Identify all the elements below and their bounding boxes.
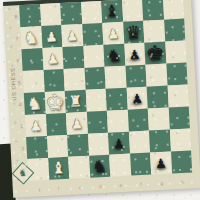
chess-board-photo: ♝♞♟♟♟♛♟♞♟♚♞♚♜♟♟♟♟♝♞♟ US CHESS ♞ 87654321… xyxy=(0,0,200,200)
rank-label: 4 xyxy=(17,101,23,107)
rank-label: 2 xyxy=(20,145,26,151)
file-label: c xyxy=(70,184,90,191)
square-a5 xyxy=(23,70,45,93)
square-g7 xyxy=(143,20,165,43)
square-e4 xyxy=(106,88,128,111)
board-squares: ♝♞♟♟♟♛♟♞♟♚♞♚♜♟♟♟♟♝♞♟ xyxy=(19,0,192,181)
square-e2: ♟ xyxy=(108,132,130,155)
square-e5 xyxy=(105,66,127,89)
square-c2 xyxy=(67,134,89,157)
black-bishop: ♝ xyxy=(101,0,123,23)
square-g4 xyxy=(147,86,169,109)
square-e7: ♟ xyxy=(102,22,124,45)
white-pawn: ♟ xyxy=(41,25,63,48)
file-label: b xyxy=(49,185,69,192)
black-queen: ♛ xyxy=(123,21,145,44)
black-pawn: ♟ xyxy=(150,151,172,174)
square-c7: ♟ xyxy=(61,24,83,47)
rank-label: 6 xyxy=(15,57,21,63)
square-f8 xyxy=(122,0,144,22)
square-c4: ♜ xyxy=(65,90,87,113)
square-b6: ♟ xyxy=(42,47,64,70)
square-f4: ♟ xyxy=(126,87,148,110)
square-f5 xyxy=(125,65,147,88)
square-d3 xyxy=(86,111,108,134)
square-b2 xyxy=(47,135,69,158)
square-d5 xyxy=(84,67,106,90)
square-a3: ♟ xyxy=(25,114,47,137)
square-e8: ♝ xyxy=(101,0,123,23)
white-knight: ♞ xyxy=(24,92,46,115)
rank-label: 7 xyxy=(14,35,20,41)
square-g8 xyxy=(142,0,164,21)
square-c1 xyxy=(68,156,90,179)
black-king: ♚ xyxy=(144,42,166,65)
rank-label: 3 xyxy=(18,123,24,129)
square-g1: ♟ xyxy=(150,151,172,174)
square-c8 xyxy=(60,2,82,25)
square-h5 xyxy=(166,63,188,86)
square-h4 xyxy=(167,85,189,108)
square-d7 xyxy=(82,23,104,46)
white-king: ♚ xyxy=(44,91,66,114)
file-label: a xyxy=(29,186,49,193)
square-a7: ♞ xyxy=(20,26,42,49)
square-g5 xyxy=(145,64,167,87)
square-f6: ♟ xyxy=(124,43,146,66)
square-h7 xyxy=(164,19,186,42)
black-pawn: ♟ xyxy=(124,43,146,66)
square-b3 xyxy=(45,113,67,136)
square-c5 xyxy=(64,68,86,91)
square-e3 xyxy=(107,110,129,133)
white-bishop: ♝ xyxy=(48,157,70,180)
file-label: f xyxy=(131,181,151,188)
square-b4: ♚ xyxy=(44,91,66,114)
square-d6 xyxy=(83,45,105,68)
file-label: h xyxy=(172,178,192,185)
square-f7: ♛ xyxy=(123,21,145,44)
square-h8 xyxy=(162,0,184,20)
square-h6 xyxy=(165,41,187,64)
black-knight: ♞ xyxy=(89,155,111,178)
white-pawn: ♟ xyxy=(61,24,83,47)
square-b5 xyxy=(43,69,65,92)
square-g3 xyxy=(148,108,170,131)
square-b7: ♟ xyxy=(41,25,63,48)
white-pawn: ♟ xyxy=(25,114,47,137)
file-label: d xyxy=(90,183,110,190)
square-f3 xyxy=(127,109,149,132)
white-pawn: ♟ xyxy=(66,112,88,135)
white-pawn: ♟ xyxy=(42,47,64,70)
square-d8 xyxy=(81,1,103,24)
square-e6: ♞ xyxy=(103,44,125,67)
square-c3: ♟ xyxy=(66,112,88,135)
square-a6 xyxy=(21,48,43,71)
square-c6 xyxy=(62,46,84,69)
rank-label: 1 xyxy=(21,167,27,173)
square-b1: ♝ xyxy=(48,157,70,180)
white-rook: ♜ xyxy=(65,90,87,113)
square-h2 xyxy=(169,128,191,151)
black-pawn: ♟ xyxy=(108,132,130,155)
square-h3 xyxy=(168,106,190,129)
rank-label: 5 xyxy=(16,79,22,85)
square-h1 xyxy=(171,150,193,173)
square-e1 xyxy=(109,154,131,177)
square-g2 xyxy=(149,130,171,153)
square-d1: ♞ xyxy=(89,155,111,178)
square-a4: ♞ xyxy=(24,92,46,115)
square-a2 xyxy=(26,136,48,159)
square-f2 xyxy=(128,131,150,154)
square-f1 xyxy=(130,153,152,176)
square-b8 xyxy=(40,3,62,26)
rank-label: 8 xyxy=(13,13,19,19)
black-pawn: ♟ xyxy=(126,87,148,110)
square-d4 xyxy=(85,89,107,112)
chess-board: ♝♞♟♟♟♛♟♞♟♚♞♚♜♟♟♟♟♝♞♟ US CHESS ♞ 87654321… xyxy=(3,0,200,198)
file-label: g xyxy=(152,179,172,186)
square-g6: ♚ xyxy=(144,42,166,65)
black-knight: ♞ xyxy=(103,44,125,67)
square-a8 xyxy=(19,4,41,27)
white-pawn: ♟ xyxy=(102,22,124,45)
white-knight: ♞ xyxy=(20,26,42,49)
file-label: e xyxy=(111,182,131,189)
square-d2 xyxy=(88,133,110,156)
